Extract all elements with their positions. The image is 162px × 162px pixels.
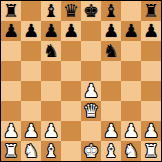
square-a1[interactable]: ♜ [1, 141, 21, 161]
square-b4[interactable] [21, 81, 41, 101]
square-f1[interactable]: ♝ [101, 141, 121, 161]
piece-white-bishop[interactable]: ♝ [103, 141, 119, 161]
square-c3[interactable] [41, 101, 61, 121]
square-c8[interactable]: ♝ [41, 1, 61, 21]
piece-black-king[interactable]: ♚ [83, 1, 99, 21]
square-d8[interactable]: ♛ [61, 1, 81, 21]
piece-white-pawn[interactable]: ♟ [103, 121, 119, 141]
square-c6[interactable]: ♞ [41, 41, 61, 61]
square-b3[interactable] [21, 101, 41, 121]
square-a7[interactable]: ♟ [1, 21, 21, 41]
square-g3[interactable] [121, 101, 141, 121]
square-h2[interactable]: ♟ [141, 121, 161, 141]
square-b7[interactable]: ♟ [21, 21, 41, 41]
square-d5[interactable] [61, 61, 81, 81]
chess-board: ♜♝♛♚♝♜♟♟♟♟♟♟♟♞♞♟♛♟♟♟♟♟♟♜♞♝♚♝♞♜ [0, 0, 162, 162]
square-c4[interactable] [41, 81, 61, 101]
piece-white-rook[interactable]: ♜ [143, 141, 159, 161]
square-f3[interactable] [101, 101, 121, 121]
piece-black-bishop[interactable]: ♝ [103, 1, 119, 21]
square-d6[interactable] [61, 41, 81, 61]
square-h4[interactable] [141, 81, 161, 101]
piece-white-bishop[interactable]: ♝ [43, 141, 59, 161]
square-e8[interactable]: ♚ [81, 1, 101, 21]
square-c7[interactable]: ♟ [41, 21, 61, 41]
square-a4[interactable] [1, 81, 21, 101]
square-e7[interactable] [81, 21, 101, 41]
square-b8[interactable] [21, 1, 41, 21]
piece-white-rook[interactable]: ♜ [3, 141, 19, 161]
piece-black-rook[interactable]: ♜ [143, 1, 159, 21]
square-a6[interactable] [1, 41, 21, 61]
square-g8[interactable] [121, 1, 141, 21]
square-g6[interactable] [121, 41, 141, 61]
piece-white-pawn[interactable]: ♟ [143, 121, 159, 141]
piece-black-pawn[interactable]: ♟ [23, 21, 39, 41]
square-d2[interactable] [61, 121, 81, 141]
piece-white-pawn[interactable]: ♟ [3, 121, 19, 141]
square-a2[interactable]: ♟ [1, 121, 21, 141]
square-e6[interactable] [81, 41, 101, 61]
square-f4[interactable] [101, 81, 121, 101]
square-d7[interactable]: ♟ [61, 21, 81, 41]
square-c5[interactable] [41, 61, 61, 81]
piece-white-king[interactable]: ♚ [83, 141, 99, 161]
square-e5[interactable] [81, 61, 101, 81]
piece-black-knight[interactable]: ♞ [103, 41, 119, 61]
square-c2[interactable]: ♟ [41, 121, 61, 141]
piece-black-pawn[interactable]: ♟ [103, 21, 119, 41]
square-b6[interactable] [21, 41, 41, 61]
square-h1[interactable]: ♜ [141, 141, 161, 161]
piece-black-rook[interactable]: ♜ [3, 1, 19, 21]
square-g7[interactable]: ♟ [121, 21, 141, 41]
piece-black-pawn[interactable]: ♟ [123, 21, 139, 41]
piece-black-bishop[interactable]: ♝ [43, 1, 59, 21]
square-b5[interactable] [21, 61, 41, 81]
piece-white-pawn[interactable]: ♟ [123, 121, 139, 141]
square-a3[interactable] [1, 101, 21, 121]
square-f8[interactable]: ♝ [101, 1, 121, 21]
piece-black-knight[interactable]: ♞ [43, 41, 59, 61]
square-a5[interactable] [1, 61, 21, 81]
piece-white-knight[interactable]: ♞ [23, 141, 39, 161]
square-b2[interactable]: ♟ [21, 121, 41, 141]
square-f5[interactable] [101, 61, 121, 81]
square-h6[interactable] [141, 41, 161, 61]
square-g5[interactable] [121, 61, 141, 81]
piece-black-pawn[interactable]: ♟ [3, 21, 19, 41]
square-h3[interactable] [141, 101, 161, 121]
square-h8[interactable]: ♜ [141, 1, 161, 21]
square-f6[interactable]: ♞ [101, 41, 121, 61]
square-e4[interactable]: ♟ [81, 81, 101, 101]
square-b1[interactable]: ♞ [21, 141, 41, 161]
square-e3[interactable]: ♛ [81, 101, 101, 121]
piece-white-pawn[interactable]: ♟ [23, 121, 39, 141]
square-h5[interactable] [141, 61, 161, 81]
piece-black-pawn[interactable]: ♟ [143, 21, 159, 41]
square-g1[interactable]: ♞ [121, 141, 141, 161]
piece-black-pawn[interactable]: ♟ [63, 21, 79, 41]
square-d3[interactable] [61, 101, 81, 121]
square-f7[interactable]: ♟ [101, 21, 121, 41]
square-d1[interactable] [61, 141, 81, 161]
piece-white-queen[interactable]: ♛ [83, 101, 99, 121]
piece-white-pawn[interactable]: ♟ [43, 121, 59, 141]
piece-black-pawn[interactable]: ♟ [43, 21, 59, 41]
square-e1[interactable]: ♚ [81, 141, 101, 161]
piece-black-queen[interactable]: ♛ [63, 1, 79, 21]
square-c1[interactable]: ♝ [41, 141, 61, 161]
piece-white-pawn[interactable]: ♟ [83, 81, 99, 101]
square-a8[interactable]: ♜ [1, 1, 21, 21]
square-h7[interactable]: ♟ [141, 21, 161, 41]
square-f2[interactable]: ♟ [101, 121, 121, 141]
square-d4[interactable] [61, 81, 81, 101]
square-e2[interactable] [81, 121, 101, 141]
square-g4[interactable] [121, 81, 141, 101]
piece-white-knight[interactable]: ♞ [123, 141, 139, 161]
square-g2[interactable]: ♟ [121, 121, 141, 141]
